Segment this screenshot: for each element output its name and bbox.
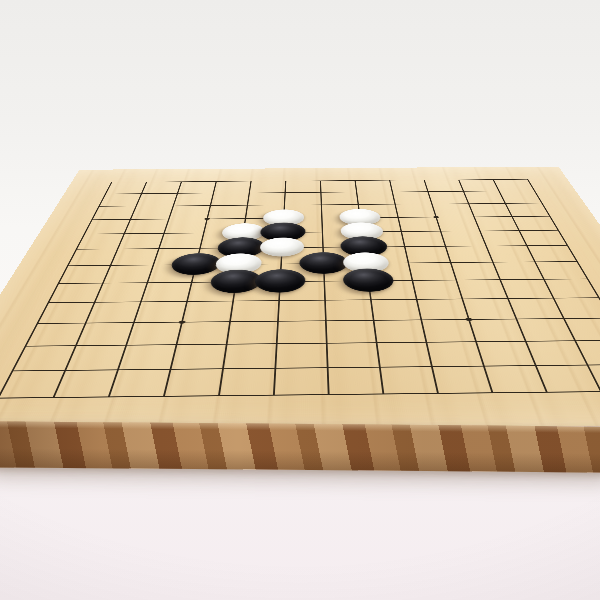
black-stone (299, 252, 348, 274)
intersection-n11[interactable] (520, 197, 564, 210)
intersection-k7[interactable] (427, 254, 475, 271)
intersection-f5[interactable] (255, 291, 302, 311)
intersection-f8[interactable] (261, 240, 303, 256)
intersection-k3[interactable] (448, 330, 505, 354)
intersection-d13[interactable] (197, 176, 235, 188)
intersection-b10[interactable] (108, 213, 152, 227)
intersection-j10[interactable] (378, 211, 419, 225)
intersection-e6[interactable] (212, 273, 259, 292)
intersection-f6[interactable] (257, 272, 302, 291)
star-point (465, 318, 473, 321)
intersection-j4[interactable] (396, 309, 449, 331)
intersection-e13[interactable] (233, 176, 269, 188)
intersection-c9[interactable] (141, 226, 186, 241)
star-point (433, 216, 439, 218)
intersection-h1[interactable] (355, 380, 413, 409)
intersection-l11[interactable] (448, 197, 490, 210)
white-stone (259, 237, 304, 256)
intersection-g11[interactable] (303, 198, 341, 211)
intersection-j2[interactable] (404, 354, 462, 380)
intersection-h4[interactable] (349, 310, 400, 332)
intersection-d7[interactable] (172, 256, 219, 273)
intersection-c12[interactable] (157, 187, 197, 199)
intersection-d2[interactable] (140, 356, 199, 382)
goban-photo (0, 0, 600, 600)
intersection-l13[interactable] (439, 174, 478, 185)
intersection-c7[interactable] (129, 257, 177, 274)
intersection-c4[interactable] (106, 312, 161, 334)
intersection-c3[interactable] (96, 333, 154, 357)
intersection-b6[interactable] (76, 274, 128, 293)
intersection-f13[interactable] (268, 175, 303, 187)
intersection-g10[interactable] (303, 211, 342, 225)
intersection-e4[interactable] (204, 311, 255, 333)
board-front-edge (0, 421, 600, 472)
intersection-j13[interactable] (371, 175, 408, 186)
intersection-f3[interactable] (250, 332, 301, 356)
intersection-j11[interactable] (376, 198, 416, 211)
intersection-f12[interactable] (267, 187, 303, 199)
intersection-e3[interactable] (199, 332, 253, 356)
intersection-g4[interactable] (302, 310, 351, 332)
intersection-b11[interactable] (114, 200, 157, 213)
intersection-k2[interactable] (454, 353, 514, 379)
intersection-l12[interactable] (444, 185, 485, 197)
intersection-c5[interactable] (114, 292, 167, 312)
intersection-h12[interactable] (338, 186, 375, 198)
intersection-b4[interactable] (56, 312, 114, 334)
intersection-k13[interactable] (405, 174, 443, 185)
intersection-h13[interactable] (337, 175, 373, 187)
intersection-d1[interactable] (132, 382, 194, 411)
intersection-g1[interactable] (301, 381, 357, 410)
intersection-b7[interactable] (85, 257, 135, 274)
intersection-e12[interactable] (230, 187, 268, 199)
intersection-j5[interactable] (392, 290, 442, 310)
intersection-b5[interactable] (67, 292, 122, 312)
intersection-h3[interactable] (351, 331, 404, 355)
intersection-h6[interactable] (346, 272, 392, 291)
intersection-d3[interactable] (148, 333, 204, 357)
intersection-n10[interactable] (527, 209, 573, 223)
black-stone (342, 268, 395, 292)
intersection-f2[interactable] (248, 355, 302, 381)
intersection-j6[interactable] (389, 271, 437, 290)
intersection-j12[interactable] (373, 186, 411, 198)
intersection-k4[interactable] (442, 309, 496, 331)
intersection-g12[interactable] (303, 186, 339, 198)
intersection-l10[interactable] (453, 210, 497, 224)
intersection-e2[interactable] (194, 356, 250, 382)
intersection-d6[interactable] (167, 273, 216, 292)
intersection-j9[interactable] (380, 224, 423, 239)
intersection-d9[interactable] (182, 226, 225, 241)
intersection-g13[interactable] (303, 175, 338, 187)
intersection-c2[interactable] (87, 357, 148, 383)
goban-grid (0, 174, 600, 413)
intersection-c13[interactable] (162, 176, 201, 188)
intersection-g6[interactable] (302, 272, 347, 291)
intersection-m3[interactable] (545, 329, 600, 353)
intersection-k10[interactable] (415, 210, 457, 224)
intersection-d12[interactable] (194, 187, 233, 199)
intersection-k12[interactable] (409, 186, 448, 198)
intersection-d11[interactable] (190, 199, 230, 212)
intersection-b9[interactable] (101, 226, 147, 241)
intersection-d10[interactable] (186, 212, 228, 226)
intersection-l9[interactable] (458, 224, 503, 239)
intersection-k11[interactable] (412, 198, 453, 211)
intersection-f4[interactable] (253, 310, 302, 332)
intersection-b12[interactable] (121, 188, 162, 200)
intersection-k8[interactable] (423, 238, 469, 254)
intersection-d5[interactable] (161, 291, 212, 311)
star-point (204, 218, 210, 220)
intersection-g3[interactable] (302, 332, 353, 356)
intersection-n13[interactable] (507, 174, 548, 185)
intersection-k5[interactable] (437, 289, 489, 309)
intersection-j3[interactable] (399, 331, 454, 355)
intersection-h2[interactable] (353, 354, 409, 380)
black-stone (254, 269, 305, 293)
intersection-c6[interactable] (122, 274, 173, 293)
intersection-c1[interactable] (76, 383, 141, 412)
intersection-j8[interactable] (383, 239, 427, 255)
intersection-c8[interactable] (135, 241, 182, 257)
intersection-e1[interactable] (189, 382, 248, 411)
intersection-k6[interactable] (432, 271, 482, 290)
intersection-b8[interactable] (93, 241, 141, 257)
intersection-c11[interactable] (152, 199, 193, 212)
intersection-j7[interactable] (386, 254, 432, 271)
black-stone (169, 253, 223, 275)
intersection-b13[interactable] (126, 176, 166, 188)
intersection-n12[interactable] (514, 185, 557, 197)
intersection-d4[interactable] (155, 311, 208, 333)
intersection-n7[interactable] (552, 253, 600, 270)
intersection-g2[interactable] (301, 355, 354, 381)
intersection-j1[interactable] (408, 379, 469, 408)
star-point (178, 321, 185, 324)
intersection-c10[interactable] (147, 212, 190, 226)
intersection-h5[interactable] (347, 290, 395, 310)
intersection-g5[interactable] (302, 290, 349, 310)
intersection-e11[interactable] (228, 199, 267, 212)
go-board (0, 167, 600, 434)
intersection-g9[interactable] (303, 225, 343, 240)
intersection-k9[interactable] (419, 224, 463, 239)
intersection-f1[interactable] (245, 381, 301, 410)
intersection-g7[interactable] (302, 255, 345, 272)
intersection-e5[interactable] (208, 291, 257, 311)
